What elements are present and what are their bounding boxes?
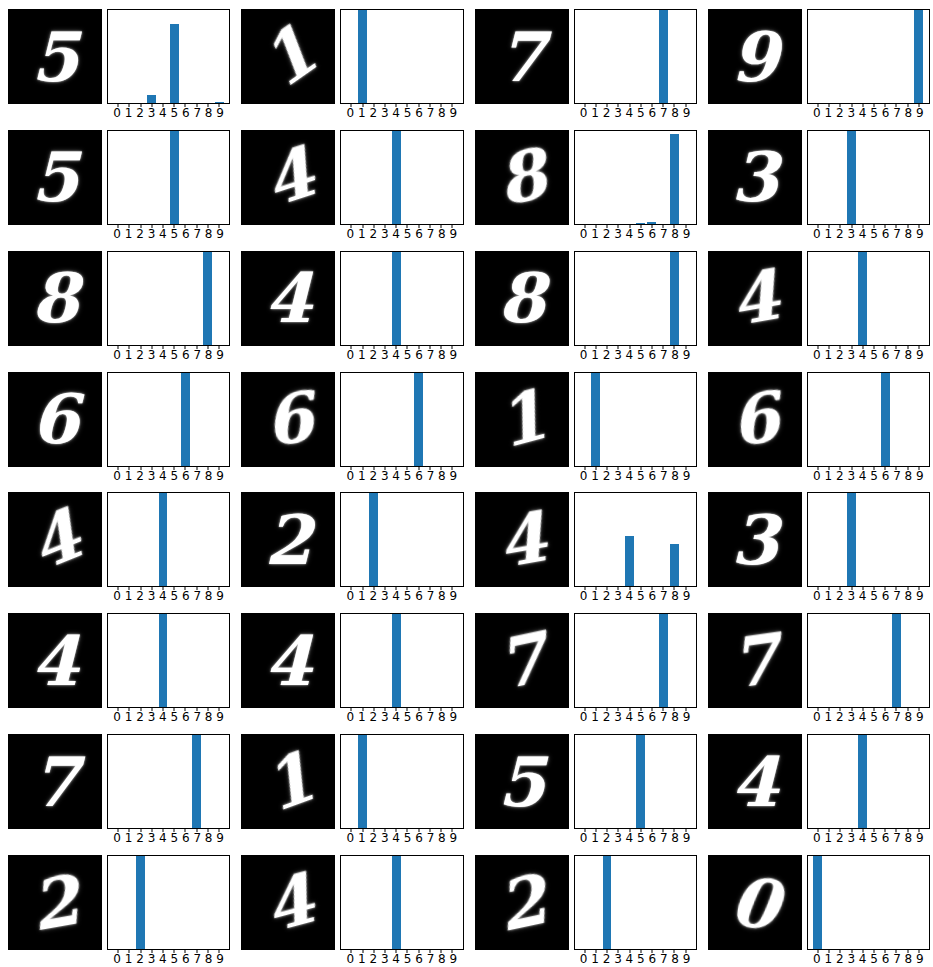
x-tick-label-3: 3 bbox=[847, 107, 855, 120]
probability-bar-chart: 0123456789 bbox=[107, 130, 230, 242]
x-axis-tick-labels: 0123456789 bbox=[807, 829, 930, 846]
mnist-image: 6 bbox=[241, 372, 335, 467]
x-tick-label-7: 7 bbox=[193, 953, 201, 966]
x-tick-label-8: 8 bbox=[905, 228, 913, 241]
plot-area bbox=[107, 613, 230, 708]
x-tick-label-6: 6 bbox=[648, 832, 656, 845]
x-tick-label-8: 8 bbox=[671, 470, 679, 483]
x-tick-label-0: 0 bbox=[580, 107, 588, 120]
x-tick-label-6: 6 bbox=[882, 590, 890, 603]
x-tick-label-0: 0 bbox=[113, 349, 121, 362]
plot-area bbox=[340, 734, 463, 829]
x-tick-label-6: 6 bbox=[182, 107, 190, 120]
digit-glyph: 3 bbox=[731, 506, 778, 574]
mnist-image: 1 bbox=[475, 372, 569, 467]
x-tick-label-3: 3 bbox=[148, 832, 156, 845]
probability-bar-chart: 0123456789 bbox=[807, 734, 930, 846]
digit-panel-17: 2 0123456789 bbox=[233, 483, 466, 604]
bar-class-7 bbox=[659, 10, 668, 103]
plot-area bbox=[340, 9, 463, 104]
x-tick-label-9: 9 bbox=[916, 832, 924, 845]
mnist-image: 7 bbox=[475, 613, 569, 708]
x-tick-label-3: 3 bbox=[381, 228, 389, 241]
digit-glyph: 4 bbox=[492, 502, 550, 577]
x-tick-label-7: 7 bbox=[893, 590, 901, 603]
bar-class-4 bbox=[392, 614, 401, 707]
x-tick-label-7: 7 bbox=[193, 107, 201, 120]
x-tick-label-2: 2 bbox=[369, 832, 377, 845]
digit-glyph: 4 bbox=[265, 627, 312, 695]
x-tick-label-7: 7 bbox=[660, 832, 668, 845]
x-tick-label-7: 7 bbox=[193, 832, 201, 845]
x-axis-tick-labels: 0123456789 bbox=[107, 950, 230, 967]
x-axis-tick-labels: 0123456789 bbox=[107, 225, 230, 242]
x-axis-tick-labels: 0123456789 bbox=[107, 104, 230, 121]
x-tick-label-9: 9 bbox=[449, 470, 457, 483]
plot-area bbox=[807, 251, 930, 346]
x-tick-label-5: 5 bbox=[870, 711, 878, 724]
x-axis-tick-labels: 0123456789 bbox=[340, 587, 463, 604]
x-tick-label-1: 1 bbox=[358, 590, 366, 603]
x-tick-label-5: 5 bbox=[171, 228, 179, 241]
plot-area bbox=[807, 130, 930, 225]
x-tick-label-0: 0 bbox=[580, 953, 588, 966]
plot-area bbox=[107, 734, 230, 829]
bar-class-4 bbox=[858, 252, 867, 345]
x-tick-label-1: 1 bbox=[825, 107, 833, 120]
bar-class-5 bbox=[170, 131, 179, 224]
probability-bar-chart: 0123456789 bbox=[574, 9, 697, 121]
mnist-image: 5 bbox=[475, 734, 569, 829]
x-tick-label-2: 2 bbox=[136, 470, 144, 483]
x-tick-label-2: 2 bbox=[136, 590, 144, 603]
plot-area bbox=[107, 251, 230, 346]
x-tick-label-0: 0 bbox=[113, 953, 121, 966]
mnist-image: 9 bbox=[708, 9, 802, 104]
x-axis-tick-labels: 0123456789 bbox=[107, 467, 230, 484]
x-tick-label-7: 7 bbox=[893, 107, 901, 120]
x-tick-label-3: 3 bbox=[381, 349, 389, 362]
x-tick-label-4: 4 bbox=[392, 711, 400, 724]
probability-bar-chart: 0123456789 bbox=[807, 372, 930, 484]
probability-bar-chart: 0123456789 bbox=[574, 251, 697, 363]
x-tick-label-6: 6 bbox=[882, 953, 890, 966]
digit-glyph: 1 bbox=[249, 15, 327, 98]
x-tick-label-5: 5 bbox=[171, 107, 179, 120]
x-tick-label-8: 8 bbox=[438, 832, 446, 845]
x-tick-label-2: 2 bbox=[369, 228, 377, 241]
x-tick-label-5: 5 bbox=[637, 711, 645, 724]
bar-class-6 bbox=[414, 373, 423, 466]
plot-area bbox=[807, 855, 930, 950]
digit-panel-4: 5 0123456789 bbox=[0, 121, 233, 242]
x-tick-label-2: 2 bbox=[136, 228, 144, 241]
x-tick-label-9: 9 bbox=[683, 832, 691, 845]
x-tick-label-1: 1 bbox=[591, 107, 599, 120]
probability-bar-chart: 0123456789 bbox=[340, 855, 463, 967]
x-tick-label-8: 8 bbox=[438, 711, 446, 724]
x-tick-label-3: 3 bbox=[614, 349, 622, 362]
bar-class-8 bbox=[670, 134, 679, 224]
digit-panel-16: 4 0123456789 bbox=[0, 483, 233, 604]
x-tick-label-4: 4 bbox=[626, 590, 634, 603]
probability-bar-chart: 0123456789 bbox=[574, 492, 697, 604]
probability-bar-chart: 0123456789 bbox=[807, 9, 930, 121]
plot-area bbox=[107, 9, 230, 104]
x-tick-label-0: 0 bbox=[347, 107, 355, 120]
bar-class-3 bbox=[847, 131, 856, 224]
x-tick-label-2: 2 bbox=[369, 590, 377, 603]
digit-panel-3: 9 0123456789 bbox=[700, 0, 933, 121]
x-tick-label-8: 8 bbox=[205, 107, 213, 120]
x-tick-label-9: 9 bbox=[216, 953, 224, 966]
x-tick-label-3: 3 bbox=[148, 953, 156, 966]
x-tick-label-8: 8 bbox=[671, 832, 679, 845]
x-tick-label-0: 0 bbox=[113, 711, 121, 724]
x-tick-label-5: 5 bbox=[637, 228, 645, 241]
x-tick-label-1: 1 bbox=[125, 711, 133, 724]
digit-glyph: 4 bbox=[726, 261, 784, 336]
plot-area bbox=[807, 734, 930, 829]
x-tick-label-1: 1 bbox=[825, 228, 833, 241]
bar-class-8 bbox=[203, 252, 212, 345]
mnist-image: 1 bbox=[241, 9, 335, 104]
x-tick-label-3: 3 bbox=[381, 470, 389, 483]
x-tick-label-5: 5 bbox=[870, 832, 878, 845]
digit-panel-27: 4 0123456789 bbox=[700, 725, 933, 846]
x-tick-label-5: 5 bbox=[171, 832, 179, 845]
digit-panel-9: 4 0123456789 bbox=[233, 242, 466, 363]
x-tick-label-0: 0 bbox=[580, 711, 588, 724]
x-tick-label-8: 8 bbox=[205, 832, 213, 845]
x-axis-tick-labels: 0123456789 bbox=[340, 225, 463, 242]
bar-class-8 bbox=[670, 544, 679, 587]
x-tick-label-8: 8 bbox=[671, 711, 679, 724]
x-tick-label-4: 4 bbox=[392, 470, 400, 483]
x-tick-label-4: 4 bbox=[626, 228, 634, 241]
x-tick-label-9: 9 bbox=[683, 590, 691, 603]
digit-panel-28: 2 0123456789 bbox=[0, 846, 233, 967]
x-tick-label-5: 5 bbox=[404, 349, 412, 362]
x-tick-label-7: 7 bbox=[193, 470, 201, 483]
x-tick-label-8: 8 bbox=[205, 228, 213, 241]
bar-class-7 bbox=[892, 614, 901, 707]
x-tick-label-7: 7 bbox=[893, 832, 901, 845]
x-tick-label-6: 6 bbox=[415, 832, 423, 845]
x-tick-label-6: 6 bbox=[882, 470, 890, 483]
x-tick-label-5: 5 bbox=[637, 832, 645, 845]
digit-glyph: 4 bbox=[731, 748, 778, 816]
x-tick-label-3: 3 bbox=[847, 953, 855, 966]
x-tick-label-8: 8 bbox=[205, 470, 213, 483]
x-tick-label-6: 6 bbox=[648, 590, 656, 603]
x-tick-label-3: 3 bbox=[614, 107, 622, 120]
digit-glyph: 7 bbox=[727, 624, 783, 698]
plot-area bbox=[807, 9, 930, 104]
plot-area bbox=[574, 734, 697, 829]
bar-class-6 bbox=[881, 373, 890, 466]
bar-class-1 bbox=[358, 735, 367, 828]
x-tick-label-0: 0 bbox=[347, 953, 355, 966]
x-tick-label-2: 2 bbox=[836, 107, 844, 120]
x-tick-label-1: 1 bbox=[825, 711, 833, 724]
x-tick-label-8: 8 bbox=[205, 349, 213, 362]
x-tick-label-4: 4 bbox=[159, 470, 167, 483]
x-tick-label-7: 7 bbox=[427, 953, 435, 966]
x-axis-tick-labels: 0123456789 bbox=[807, 346, 930, 363]
x-tick-label-2: 2 bbox=[603, 349, 611, 362]
x-tick-label-4: 4 bbox=[859, 349, 867, 362]
x-tick-label-1: 1 bbox=[358, 107, 366, 120]
mnist-image: 6 bbox=[8, 372, 102, 467]
probability-bar-chart: 0123456789 bbox=[107, 251, 230, 363]
x-tick-label-9: 9 bbox=[449, 953, 457, 966]
bar-class-7 bbox=[659, 614, 668, 707]
x-tick-label-6: 6 bbox=[415, 228, 423, 241]
x-tick-label-5: 5 bbox=[870, 349, 878, 362]
probability-bar-chart: 0123456789 bbox=[340, 251, 463, 363]
digit-panel-29: 4 0123456789 bbox=[233, 846, 466, 967]
digit-panel-1: 1 0123456789 bbox=[233, 0, 466, 121]
x-tick-label-3: 3 bbox=[614, 228, 622, 241]
digit-panel-18: 4 0123456789 bbox=[467, 483, 700, 604]
x-tick-label-0: 0 bbox=[113, 470, 121, 483]
x-axis-tick-labels: 0123456789 bbox=[807, 467, 930, 484]
x-tick-label-9: 9 bbox=[216, 228, 224, 241]
mnist-image: 4 bbox=[708, 251, 802, 346]
x-tick-label-5: 5 bbox=[404, 107, 412, 120]
x-tick-label-8: 8 bbox=[205, 711, 213, 724]
digit-glyph: 1 bbox=[490, 380, 553, 458]
mnist-image: 4 bbox=[241, 130, 335, 225]
x-tick-label-7: 7 bbox=[427, 107, 435, 120]
x-axis-tick-labels: 0123456789 bbox=[340, 829, 463, 846]
bar-class-4 bbox=[858, 735, 867, 828]
x-tick-label-9: 9 bbox=[916, 470, 924, 483]
mnist-image: 3 bbox=[708, 492, 802, 587]
digit-glyph: 4 bbox=[265, 264, 312, 332]
x-tick-label-6: 6 bbox=[415, 107, 423, 120]
x-tick-label-8: 8 bbox=[438, 349, 446, 362]
digit-glyph: 5 bbox=[31, 23, 78, 91]
mnist-image: 2 bbox=[8, 855, 102, 950]
bar-class-5 bbox=[170, 24, 179, 103]
x-tick-label-8: 8 bbox=[671, 953, 679, 966]
plot-area bbox=[807, 492, 930, 587]
x-tick-label-4: 4 bbox=[159, 832, 167, 845]
x-tick-label-2: 2 bbox=[603, 107, 611, 120]
x-tick-label-1: 1 bbox=[125, 470, 133, 483]
digit-panel-31: 0 0123456789 bbox=[700, 846, 933, 967]
x-tick-label-0: 0 bbox=[113, 228, 121, 241]
x-tick-label-0: 0 bbox=[813, 590, 821, 603]
probability-bar-chart: 0123456789 bbox=[807, 855, 930, 967]
x-tick-label-1: 1 bbox=[591, 349, 599, 362]
x-tick-label-7: 7 bbox=[660, 107, 668, 120]
x-axis-tick-labels: 0123456789 bbox=[574, 587, 697, 604]
x-tick-label-7: 7 bbox=[427, 711, 435, 724]
x-tick-label-3: 3 bbox=[614, 953, 622, 966]
x-tick-label-5: 5 bbox=[404, 832, 412, 845]
probability-bar-chart: 0123456789 bbox=[807, 613, 930, 725]
panels-grid: 5 0123456789 1 0123456789 7 0123456789 9 bbox=[0, 0, 933, 967]
digit-panel-8: 8 0123456789 bbox=[0, 242, 233, 363]
plot-area bbox=[574, 372, 697, 467]
plot-area bbox=[574, 9, 697, 104]
x-tick-label-2: 2 bbox=[136, 953, 144, 966]
x-tick-label-9: 9 bbox=[216, 590, 224, 603]
x-tick-label-2: 2 bbox=[136, 711, 144, 724]
x-tick-label-5: 5 bbox=[870, 590, 878, 603]
plot-area bbox=[340, 613, 463, 708]
digit-glyph: 0 bbox=[727, 866, 783, 940]
plot-area bbox=[107, 492, 230, 587]
x-tick-label-7: 7 bbox=[893, 953, 901, 966]
x-tick-label-4: 4 bbox=[859, 832, 867, 845]
x-axis-tick-labels: 0123456789 bbox=[574, 104, 697, 121]
x-tick-label-4: 4 bbox=[392, 228, 400, 241]
bar-class-8 bbox=[670, 252, 679, 345]
digit-glyph: 6 bbox=[260, 382, 316, 456]
x-tick-label-6: 6 bbox=[648, 349, 656, 362]
plot-area bbox=[807, 372, 930, 467]
mnist-image: 6 bbox=[708, 372, 802, 467]
x-tick-label-1: 1 bbox=[825, 953, 833, 966]
probability-bar-chart: 0123456789 bbox=[107, 492, 230, 604]
x-tick-label-6: 6 bbox=[648, 228, 656, 241]
x-tick-label-9: 9 bbox=[916, 107, 924, 120]
digit-panel-30: 2 0123456789 bbox=[467, 846, 700, 967]
x-tick-label-0: 0 bbox=[347, 349, 355, 362]
x-tick-label-1: 1 bbox=[125, 590, 133, 603]
mnist-image: 4 bbox=[708, 734, 802, 829]
x-tick-label-6: 6 bbox=[648, 470, 656, 483]
x-tick-label-2: 2 bbox=[836, 832, 844, 845]
x-tick-label-3: 3 bbox=[381, 832, 389, 845]
x-tick-label-2: 2 bbox=[603, 832, 611, 845]
x-tick-label-4: 4 bbox=[626, 107, 634, 120]
x-tick-label-0: 0 bbox=[347, 590, 355, 603]
x-tick-label-9: 9 bbox=[449, 590, 457, 603]
digit-panel-20: 4 0123456789 bbox=[0, 604, 233, 725]
x-tick-label-9: 9 bbox=[216, 107, 224, 120]
bar-class-2 bbox=[603, 856, 612, 949]
x-tick-label-3: 3 bbox=[847, 349, 855, 362]
x-tick-label-9: 9 bbox=[916, 349, 924, 362]
probability-bar-chart: 0123456789 bbox=[107, 855, 230, 967]
x-tick-label-2: 2 bbox=[836, 228, 844, 241]
probability-bar-chart: 0123456789 bbox=[574, 613, 697, 725]
x-tick-label-0: 0 bbox=[113, 107, 121, 120]
mnist-image: 8 bbox=[475, 130, 569, 225]
x-tick-label-8: 8 bbox=[438, 470, 446, 483]
x-tick-label-9: 9 bbox=[683, 711, 691, 724]
x-tick-label-3: 3 bbox=[381, 590, 389, 603]
x-tick-label-7: 7 bbox=[427, 590, 435, 603]
mnist-image: 7 bbox=[8, 734, 102, 829]
x-axis-tick-labels: 0123456789 bbox=[340, 467, 463, 484]
x-tick-label-2: 2 bbox=[603, 228, 611, 241]
x-tick-label-6: 6 bbox=[415, 590, 423, 603]
x-tick-label-3: 3 bbox=[148, 349, 156, 362]
x-tick-label-6: 6 bbox=[415, 349, 423, 362]
x-axis-tick-labels: 0123456789 bbox=[807, 708, 930, 725]
mnist-image: 8 bbox=[8, 251, 102, 346]
x-tick-label-7: 7 bbox=[660, 711, 668, 724]
digit-panel-21: 4 0123456789 bbox=[233, 604, 466, 725]
probability-bar-chart: 0123456789 bbox=[107, 9, 230, 121]
digit-panel-19: 3 0123456789 bbox=[700, 483, 933, 604]
x-tick-label-3: 3 bbox=[148, 470, 156, 483]
x-tick-label-4: 4 bbox=[159, 107, 167, 120]
x-tick-label-1: 1 bbox=[591, 228, 599, 241]
probability-bar-chart: 0123456789 bbox=[574, 855, 697, 967]
x-tick-label-9: 9 bbox=[449, 711, 457, 724]
x-axis-tick-labels: 0123456789 bbox=[107, 708, 230, 725]
x-axis-tick-labels: 0123456789 bbox=[807, 225, 930, 242]
probability-bar-chart: 0123456789 bbox=[340, 613, 463, 725]
x-tick-label-2: 2 bbox=[369, 711, 377, 724]
digit-glyph: 5 bbox=[498, 748, 545, 816]
x-tick-label-1: 1 bbox=[358, 953, 366, 966]
x-tick-label-6: 6 bbox=[182, 832, 190, 845]
x-tick-label-9: 9 bbox=[449, 107, 457, 120]
digit-glyph: 6 bbox=[727, 382, 783, 456]
x-tick-label-3: 3 bbox=[614, 832, 622, 845]
plot-area bbox=[340, 251, 463, 346]
plot-area bbox=[574, 613, 697, 708]
digit-glyph: 7 bbox=[491, 623, 551, 699]
x-tick-label-5: 5 bbox=[404, 711, 412, 724]
x-tick-label-9: 9 bbox=[683, 107, 691, 120]
x-tick-label-5: 5 bbox=[637, 107, 645, 120]
bar-class-2 bbox=[136, 856, 145, 949]
x-tick-label-3: 3 bbox=[614, 590, 622, 603]
x-tick-label-9: 9 bbox=[683, 470, 691, 483]
x-tick-label-1: 1 bbox=[125, 953, 133, 966]
x-tick-label-1: 1 bbox=[825, 832, 833, 845]
x-tick-label-8: 8 bbox=[671, 590, 679, 603]
x-tick-label-3: 3 bbox=[148, 711, 156, 724]
bar-class-1 bbox=[358, 10, 367, 103]
x-tick-label-8: 8 bbox=[905, 953, 913, 966]
x-tick-label-2: 2 bbox=[836, 590, 844, 603]
x-tick-label-0: 0 bbox=[580, 832, 588, 845]
plot-area bbox=[107, 130, 230, 225]
probability-bar-chart: 0123456789 bbox=[107, 734, 230, 846]
x-tick-label-8: 8 bbox=[905, 711, 913, 724]
x-tick-label-4: 4 bbox=[859, 228, 867, 241]
digit-glyph: 8 bbox=[31, 264, 78, 332]
x-tick-label-4: 4 bbox=[626, 470, 634, 483]
x-tick-label-7: 7 bbox=[660, 470, 668, 483]
x-tick-label-1: 1 bbox=[825, 590, 833, 603]
x-tick-label-4: 4 bbox=[859, 953, 867, 966]
digit-panel-26: 5 0123456789 bbox=[467, 725, 700, 846]
x-tick-label-6: 6 bbox=[882, 228, 890, 241]
x-tick-label-6: 6 bbox=[182, 711, 190, 724]
x-tick-label-1: 1 bbox=[125, 832, 133, 845]
x-axis-tick-labels: 0123456789 bbox=[574, 346, 697, 363]
x-tick-label-4: 4 bbox=[859, 107, 867, 120]
x-tick-label-8: 8 bbox=[438, 107, 446, 120]
x-axis-tick-labels: 0123456789 bbox=[340, 708, 463, 725]
x-axis-tick-labels: 0123456789 bbox=[807, 950, 930, 967]
probability-bar-chart: 0123456789 bbox=[574, 372, 697, 484]
x-tick-label-2: 2 bbox=[603, 470, 611, 483]
x-tick-label-4: 4 bbox=[626, 953, 634, 966]
x-tick-label-2: 2 bbox=[836, 711, 844, 724]
